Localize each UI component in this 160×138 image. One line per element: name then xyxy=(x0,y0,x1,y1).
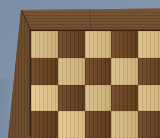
board-square-r0c2 xyxy=(85,31,112,58)
board-square-r3c2 xyxy=(85,111,112,138)
board-square-r3c4 xyxy=(138,111,160,138)
board-square-r0c4 xyxy=(138,31,160,58)
board-square-r3c1 xyxy=(58,111,85,138)
board-square-r2c3 xyxy=(111,85,138,112)
board-square-r3c0 xyxy=(31,111,58,138)
board-square-r0c1 xyxy=(58,31,85,58)
board-square-r2c2 xyxy=(85,85,112,112)
board-square-r1c2 xyxy=(85,58,112,85)
chessboard-photo xyxy=(0,0,160,138)
board-square-r2c0 xyxy=(31,85,58,112)
board-square-r2c1 xyxy=(58,85,85,112)
board-square-r1c0 xyxy=(31,58,58,85)
board-square-r0c0 xyxy=(31,31,58,58)
board-square-r0c3 xyxy=(111,31,138,58)
board-squares xyxy=(31,31,160,138)
board-square-r1c3 xyxy=(111,58,138,85)
board-square-r3c3 xyxy=(111,111,138,138)
board-square-r2c4 xyxy=(138,85,160,112)
board-square-r1c1 xyxy=(58,58,85,85)
board-square-r1c4 xyxy=(138,58,160,85)
